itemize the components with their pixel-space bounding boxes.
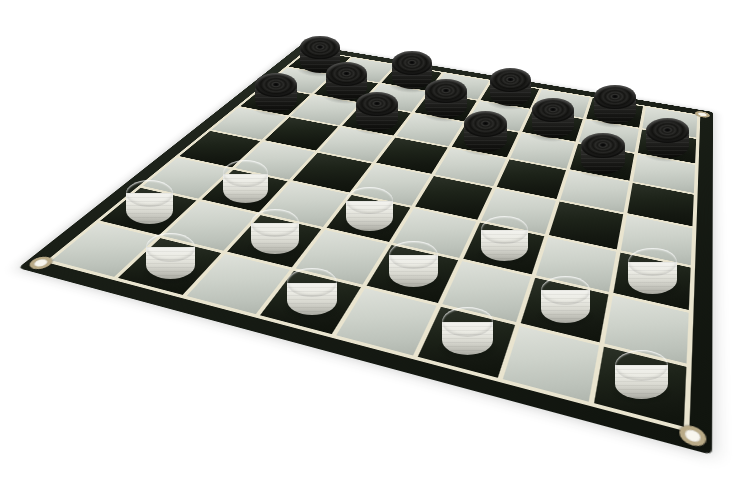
- grommet-icon: [679, 423, 707, 449]
- checkers-mat: [18, 44, 713, 455]
- product-photo-stage: [0, 0, 750, 500]
- mat-grid: [45, 49, 700, 432]
